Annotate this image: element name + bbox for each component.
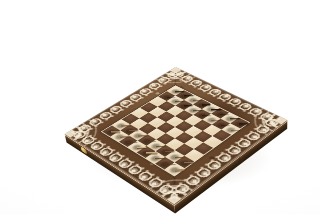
board-grid: ♜♞♝♛♚♝♞♜♟♟♟♟♟♟♟♟♟♟♟♟♟♟♟♟♜♞♝♛♚♝♞♜ [102, 86, 249, 176]
fold-seam-side [239, 156, 240, 164]
piece-glyph: ♟ [217, 105, 244, 135]
square-h1: ♜ [165, 163, 185, 176]
square-h7: ♟ [221, 124, 240, 135]
product-photo-scene: ♜♞♝♛♚♝♞♜♟♟♟♟♟♟♟♟♟♟♟♟♟♟♟♟♜♞♝♛♚♝♞♜ [0, 0, 320, 214]
